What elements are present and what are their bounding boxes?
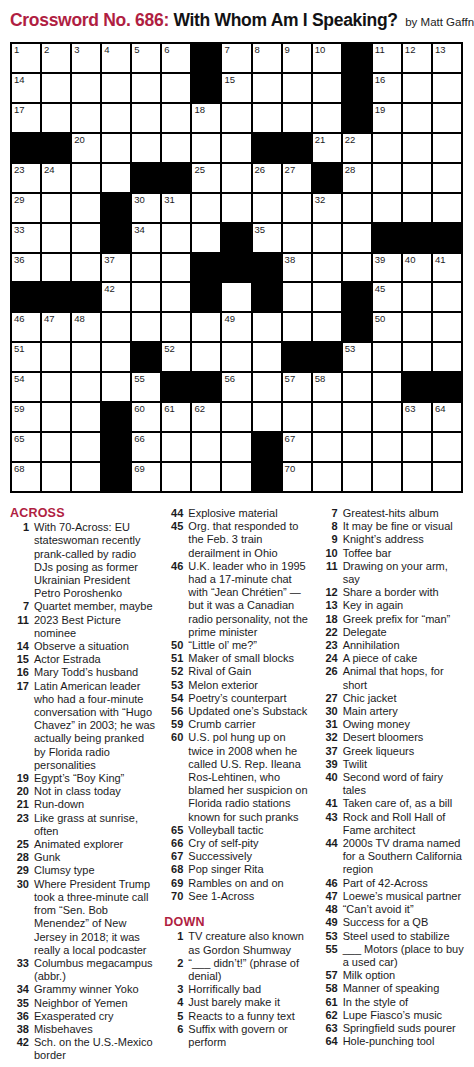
block-r4c9 [253, 134, 281, 162]
cell-r5c3[interactable] [72, 164, 100, 192]
cell-number: 9 [285, 45, 290, 55]
cell-r3c8[interactable] [222, 104, 250, 132]
cell-r14c3[interactable] [72, 433, 100, 461]
puzzle-header: Crossword No. 686: With Whom Am I Speaki… [10, 8, 464, 34]
cell-r10c5[interactable] [132, 313, 160, 341]
clue-down-23: 23Annihilation [319, 639, 464, 652]
clue-across-69: 69Rambles on and on [164, 877, 309, 890]
cell-r14c10[interactable]: 67 [283, 433, 311, 461]
cell-r11c13[interactable] [373, 343, 401, 371]
cell-r7c6[interactable] [162, 224, 190, 252]
cell-r2c4[interactable] [102, 74, 130, 102]
cell-r3c15[interactable] [433, 104, 461, 132]
cell-r5c7[interactable]: 25 [192, 164, 220, 192]
cell-r11c2[interactable] [42, 343, 70, 371]
block-r8c9 [253, 254, 281, 282]
cell-number: 56 [224, 374, 235, 384]
cell-r15c2[interactable] [42, 463, 70, 491]
clue-text: Rock and Roll Hall of Fame architect [343, 811, 464, 837]
cell-r10c6[interactable] [162, 313, 190, 341]
clue-down-44: 442000s TV drama named for a Southern Ca… [319, 837, 464, 877]
cell-r11c6[interactable]: 52 [162, 343, 190, 371]
clue-across-60: 60U.S. pol hung up on twice in 2008 when… [164, 731, 309, 823]
clue-number: 22 [319, 626, 343, 639]
cell-r2c15[interactable] [433, 74, 461, 102]
cell-r8c11[interactable] [313, 254, 341, 282]
cell-r14c6[interactable] [162, 433, 190, 461]
cell-r2c11[interactable] [313, 74, 341, 102]
cell-r14c13[interactable] [373, 433, 401, 461]
clue-number: 20 [10, 785, 34, 798]
cell-r3c11[interactable] [313, 104, 341, 132]
cell-r8c14[interactable]: 40 [403, 254, 431, 282]
cell-r11c4[interactable] [102, 343, 130, 371]
cell-r13c6[interactable]: 61 [162, 403, 190, 431]
cell-r5c4[interactable] [102, 164, 130, 192]
cell-r12c5[interactable]: 55 [132, 373, 160, 401]
clue-number: 13 [319, 599, 343, 612]
cell-r6c8[interactable] [222, 194, 250, 222]
cell-r10c7[interactable] [192, 313, 220, 341]
cell-r8c6[interactable] [162, 254, 190, 282]
clue-text: Neighbor of Yemen [34, 997, 155, 1010]
cell-r13c11[interactable] [313, 403, 341, 431]
clue-text: Rival of Gain [188, 665, 309, 678]
clue-text: Org. that responded to the Feb. 3 train … [188, 520, 309, 560]
cell-r14c8[interactable] [222, 433, 250, 461]
block-r2c12 [343, 74, 371, 102]
clue-across-70: 70See 1-Across [164, 890, 309, 903]
cell-r8c4[interactable]: 37 [102, 254, 130, 282]
block-r2c7 [192, 74, 220, 102]
cell-r11c7[interactable] [192, 343, 220, 371]
cell-r6c1[interactable]: 29 [12, 194, 40, 222]
cell-r5c13[interactable] [373, 164, 401, 192]
cell-r1c4[interactable]: 4 [102, 44, 130, 72]
block-r10c12 [343, 313, 371, 341]
cell-r4c12[interactable]: 22 [343, 134, 371, 162]
cell-r6c13[interactable] [373, 194, 401, 222]
clue-across-35: 35Neighbor of Yemen [10, 997, 155, 1010]
cell-r3c9[interactable] [253, 104, 281, 132]
cell-r8c10[interactable]: 38 [283, 254, 311, 282]
clue-number: 66 [164, 837, 188, 850]
clue-text: Maker of small blocks [188, 652, 309, 665]
cell-r9c10[interactable] [283, 283, 311, 311]
cell-r11c9[interactable] [253, 343, 281, 371]
clue-text: Greek liqueurs [343, 745, 464, 758]
cell-r12c10[interactable]: 57 [283, 373, 311, 401]
cell-r9c15[interactable] [433, 283, 461, 311]
block-r9c9 [253, 283, 281, 311]
cell-r2c14[interactable] [403, 74, 431, 102]
cell-r1c2[interactable]: 2 [42, 44, 70, 72]
cell-r10c4[interactable] [102, 313, 130, 341]
cell-r6c3[interactable] [72, 194, 100, 222]
cell-r3c5[interactable] [132, 104, 160, 132]
cell-number: 62 [194, 404, 205, 414]
cell-r12c13[interactable] [373, 373, 401, 401]
cell-number: 26 [255, 165, 266, 175]
cell-r6c11[interactable]: 32 [313, 194, 341, 222]
cell-r4c4[interactable] [102, 134, 130, 162]
clue-text: Knight’s address [343, 533, 464, 546]
clue-down-47: 47Loewe’s musical partner [319, 890, 464, 903]
clue-down-53: 53Steel used to stabilize [319, 930, 464, 943]
cell-r5c2[interactable]: 24 [42, 164, 70, 192]
cell-number: 10 [315, 45, 326, 55]
clue-down-27: 27Chic jacket [319, 692, 464, 705]
cell-r9c14[interactable] [403, 283, 431, 311]
clue-text: Rambles on and on [188, 877, 309, 890]
cell-r13c12[interactable] [343, 403, 371, 431]
cell-r6c14[interactable] [403, 194, 431, 222]
cell-r8c13[interactable]: 39 [373, 254, 401, 282]
cell-r6c15[interactable] [433, 194, 461, 222]
cell-r12c11[interactable]: 58 [313, 373, 341, 401]
clue-down-8: 8It may be fine or visual [319, 520, 464, 533]
cell-r7c7[interactable] [192, 224, 220, 252]
cell-r4c14[interactable] [403, 134, 431, 162]
clue-number: 27 [319, 692, 343, 705]
cell-r9c5[interactable] [132, 283, 160, 311]
cell-r8c1[interactable]: 36 [12, 254, 40, 282]
cell-r10c9[interactable] [253, 313, 281, 341]
clue-number: 1 [10, 521, 34, 534]
cell-r14c5[interactable]: 66 [132, 433, 160, 461]
cell-r7c3[interactable] [72, 224, 100, 252]
cell-number: 13 [435, 45, 446, 55]
cell-r4c7[interactable] [192, 134, 220, 162]
cell-r10c8[interactable]: 49 [222, 313, 250, 341]
clue-number: 33 [10, 957, 34, 970]
clue-down-39: 39Twilit [319, 758, 464, 771]
cell-r5c15[interactable] [433, 164, 461, 192]
cell-r11c3[interactable] [72, 343, 100, 371]
clue-down-40: 40Second word of fairy tales [319, 771, 464, 797]
clue-text: Drawing on your arm, say [343, 560, 464, 586]
down-continued-section: 7Greatest-hits album8It may be fine or v… [319, 507, 464, 1048]
cell-r14c14[interactable] [403, 433, 431, 461]
cell-r3c3[interactable] [72, 104, 100, 132]
clue-across-59: 59Crumb carrier [164, 718, 309, 731]
cell-number: 12 [405, 45, 416, 55]
cell-number: 61 [164, 404, 175, 414]
cell-r10c10[interactable] [283, 313, 311, 341]
cell-r4c8[interactable] [222, 134, 250, 162]
cell-r5c14[interactable] [403, 164, 431, 192]
cell-r6c5[interactable]: 30 [132, 194, 160, 222]
cell-r7c5[interactable]: 34 [132, 224, 160, 252]
clue-across-28: 28Gunk [10, 851, 155, 864]
clue-number: 56 [164, 705, 188, 718]
clue-text: Successively [188, 850, 309, 863]
cell-r2c9[interactable] [253, 74, 281, 102]
cell-r10c3[interactable]: 48 [72, 313, 100, 341]
cell-r6c6[interactable]: 31 [162, 194, 190, 222]
cell-r13c15[interactable]: 64 [433, 403, 461, 431]
clue-text: Clumsy type [34, 864, 155, 877]
cell-number: 21 [315, 135, 326, 145]
cell-r4c15[interactable] [433, 134, 461, 162]
clue-number: 31 [319, 718, 343, 731]
cell-r3c2[interactable] [42, 104, 70, 132]
cell-r15c5[interactable]: 69 [132, 463, 160, 491]
cell-r5c9[interactable]: 26 [253, 164, 281, 192]
cell-r10c15[interactable] [433, 313, 461, 341]
cell-r1c15[interactable]: 13 [433, 44, 461, 72]
block-r8c8 [222, 254, 250, 282]
cell-number: 41 [435, 255, 446, 265]
cell-r6c9[interactable] [253, 194, 281, 222]
clue-text: Run-down [34, 798, 155, 811]
cell-r15c7[interactable] [192, 463, 220, 491]
cell-r12c3[interactable] [72, 373, 100, 401]
clue-number: 3 [164, 983, 188, 996]
clue-number: 18 [319, 613, 343, 626]
cell-r12c12[interactable] [343, 373, 371, 401]
cell-r3c1[interactable]: 17 [12, 104, 40, 132]
cell-r8c5[interactable] [132, 254, 160, 282]
cell-r10c11[interactable] [313, 313, 341, 341]
clue-down-41: 41Taken care of, as a bill [319, 797, 464, 810]
cell-r15c15[interactable] [433, 463, 461, 491]
clue-number: 24 [319, 652, 343, 665]
clues-section: ACROSS1With 70-Across: EU stateswoman re… [10, 493, 464, 1063]
clue-number: 52 [164, 665, 188, 678]
clue-text: Chic jacket [343, 692, 464, 705]
cell-r9c6[interactable] [162, 283, 190, 311]
block-r9c3 [72, 283, 100, 311]
cell-r13c10[interactable] [283, 403, 311, 431]
cell-r13c14[interactable]: 63 [403, 403, 431, 431]
cell-r15c11[interactable] [313, 463, 341, 491]
cell-r12c8[interactable]: 56 [222, 373, 250, 401]
block-r7c8 [222, 224, 250, 252]
cell-r13c1[interactable]: 59 [12, 403, 40, 431]
cell-r4c5[interactable] [132, 134, 160, 162]
cell-number: 60 [134, 404, 145, 414]
cell-r12c9[interactable] [253, 373, 281, 401]
clue-text: Springfield suds pourer [343, 1022, 464, 1035]
cell-r14c1[interactable]: 65 [12, 433, 40, 461]
cell-r11c1[interactable]: 51 [12, 343, 40, 371]
block-r12c14 [403, 373, 431, 401]
cell-r12c1[interactable]: 54 [12, 373, 40, 401]
cell-r6c12[interactable] [343, 194, 371, 222]
block-r13c4 [102, 403, 130, 431]
cell-r8c15[interactable]: 41 [433, 254, 461, 282]
cell-r8c12[interactable] [343, 254, 371, 282]
cell-number: 31 [164, 195, 175, 205]
cell-r3c7[interactable]: 18 [192, 104, 220, 132]
block-r8c7 [192, 254, 220, 282]
cell-r2c13[interactable]: 16 [373, 74, 401, 102]
cell-r6c10[interactable] [283, 194, 311, 222]
cell-r13c9[interactable] [253, 403, 281, 431]
cell-r11c12[interactable]: 53 [343, 343, 371, 371]
cell-r14c7[interactable] [192, 433, 220, 461]
cell-r11c14[interactable] [403, 343, 431, 371]
clue-number: 7 [10, 600, 34, 613]
cell-r13c5[interactable]: 60 [132, 403, 160, 431]
clue-across-53: 53Melon exterior [164, 679, 309, 692]
clue-number: 23 [10, 812, 34, 825]
clue-text: 2000s TV drama named for a Southern Cali… [343, 837, 464, 877]
cell-r9c4[interactable]: 42 [102, 283, 130, 311]
cell-r3c14[interactable] [403, 104, 431, 132]
cell-r3c6[interactable] [162, 104, 190, 132]
cell-r11c8[interactable] [222, 343, 250, 371]
cell-r8c3[interactable] [72, 254, 100, 282]
cell-r14c2[interactable] [42, 433, 70, 461]
cell-r7c12[interactable] [343, 224, 371, 252]
cell-r5c8[interactable] [222, 164, 250, 192]
cell-r1c13[interactable]: 11 [373, 44, 401, 72]
cell-r1c14[interactable]: 12 [403, 44, 431, 72]
clue-text: Hole-punching tool [343, 1035, 464, 1048]
clue-text: Latin American leader who had a four-min… [34, 680, 155, 772]
clue-down-5: 5Reacts to a funny text [164, 1010, 309, 1023]
cell-r3c4[interactable] [102, 104, 130, 132]
cell-r2c8[interactable]: 15 [222, 74, 250, 102]
cell-r7c11[interactable] [313, 224, 341, 252]
across-section: ACROSS1With 70-Across: EU stateswoman re… [10, 507, 155, 1063]
cell-r1c11[interactable]: 10 [313, 44, 341, 72]
cell-number: 22 [345, 135, 356, 145]
cell-r13c7[interactable]: 62 [192, 403, 220, 431]
cell-r1c6[interactable]: 6 [162, 44, 190, 72]
cell-number: 17 [14, 105, 25, 115]
cell-r1c1[interactable]: 1 [12, 44, 40, 72]
block-r4c1 [12, 134, 40, 162]
cell-r1c5[interactable]: 5 [132, 44, 160, 72]
cell-r9c8[interactable] [222, 283, 250, 311]
clue-number: 37 [319, 745, 343, 758]
cell-r13c2[interactable] [42, 403, 70, 431]
cell-r14c12[interactable] [343, 433, 371, 461]
block-r9c7 [192, 283, 220, 311]
clue-number: 38 [10, 1023, 34, 1036]
block-r14c9 [253, 433, 281, 461]
cell-r7c10[interactable] [283, 224, 311, 252]
cell-r12c4[interactable] [102, 373, 130, 401]
cell-number: 18 [194, 105, 205, 115]
cell-number: 11 [375, 45, 385, 55]
clue-down-43: 43Rock and Roll Hall of Fame architect [319, 811, 464, 837]
cell-number: 25 [194, 165, 205, 175]
block-r7c13 [373, 224, 401, 252]
clue-text: Sch. on the U.S.-Mexico border [34, 1036, 155, 1062]
cell-r14c15[interactable] [433, 433, 461, 461]
cell-r10c1[interactable]: 46 [12, 313, 40, 341]
clue-across-56: 56Updated one’s Substack [164, 705, 309, 718]
clue-number: 2 [164, 957, 188, 970]
clue-across-1: 1With 70-Across: EU stateswoman recently… [10, 521, 155, 600]
cell-r1c10[interactable]: 9 [283, 44, 311, 72]
cell-r12c2[interactable] [42, 373, 70, 401]
clue-across-21: 21Run-down [10, 798, 155, 811]
cell-r2c5[interactable] [132, 74, 160, 102]
clue-text: Volleyball tactic [188, 824, 309, 837]
cell-r15c1[interactable]: 68 [12, 463, 40, 491]
cell-r2c1[interactable]: 14 [12, 74, 40, 102]
cell-number: 63 [405, 404, 416, 414]
cell-r7c1[interactable]: 33 [12, 224, 40, 252]
cell-r10c2[interactable]: 47 [42, 313, 70, 341]
clue-text: U.S. pol hung up on twice in 2008 when h… [188, 731, 309, 823]
cell-r15c6[interactable] [162, 463, 190, 491]
cell-r2c3[interactable] [72, 74, 100, 102]
clue-number: 23 [319, 639, 343, 652]
cell-r6c2[interactable] [42, 194, 70, 222]
clue-text: Share a border with [343, 586, 464, 599]
cell-number: 58 [315, 374, 326, 384]
cell-r7c2[interactable] [42, 224, 70, 252]
cell-r14c11[interactable] [313, 433, 341, 461]
cell-r15c3[interactable] [72, 463, 100, 491]
cell-r11c15[interactable] [433, 343, 461, 371]
clue-down-57: 57Milk option [319, 969, 464, 982]
clue-across-11: 112023 Best Picture nominee [10, 614, 155, 640]
cell-r15c10[interactable]: 70 [283, 463, 311, 491]
cell-number: 50 [375, 314, 386, 324]
clue-number: 17 [10, 680, 34, 693]
cell-r2c10[interactable] [283, 74, 311, 102]
cell-r9c11[interactable] [313, 283, 341, 311]
cell-r15c8[interactable] [222, 463, 250, 491]
cell-r7c9[interactable]: 35 [253, 224, 281, 252]
cell-r5c12[interactable]: 28 [343, 164, 371, 192]
cell-r13c13[interactable] [373, 403, 401, 431]
cell-r15c12[interactable] [343, 463, 371, 491]
clue-across-30: 30Where President Trump took a three-min… [10, 878, 155, 957]
clue-number: 62 [319, 1009, 343, 1022]
clue-text: Twilit [343, 758, 464, 771]
cell-r13c8[interactable] [222, 403, 250, 431]
cell-r10c13[interactable]: 50 [373, 313, 401, 341]
cell-r15c14[interactable] [403, 463, 431, 491]
cell-r15c13[interactable] [373, 463, 401, 491]
cell-r4c11[interactable]: 21 [313, 134, 341, 162]
cell-r2c2[interactable] [42, 74, 70, 102]
cell-r2c6[interactable] [162, 74, 190, 102]
cell-r1c9[interactable]: 8 [253, 44, 281, 72]
clue-text: Cry of self-pity [188, 837, 309, 850]
clue-across-15: 15Actor Estrada [10, 653, 155, 666]
clue-text: See 1-Across [188, 890, 309, 903]
puzzle-title: With Whom Am I Speaking? [173, 10, 397, 30]
cell-r10c14[interactable] [403, 313, 431, 341]
cell-r13c3[interactable] [72, 403, 100, 431]
clue-down-37: 37Greek liqueurs [319, 745, 464, 758]
cell-r9c13[interactable]: 45 [373, 283, 401, 311]
cell-r3c10[interactable] [283, 104, 311, 132]
clue-number: 39 [319, 758, 343, 771]
cell-r1c3[interactable]: 3 [72, 44, 100, 72]
clue-number: 51 [164, 652, 188, 665]
cell-r5c10[interactable]: 27 [283, 164, 311, 192]
cell-r3c13[interactable]: 19 [373, 104, 401, 132]
cell-r1c8[interactable]: 7 [222, 44, 250, 72]
clue-number: 49 [319, 916, 343, 929]
cell-r4c6[interactable] [162, 134, 190, 162]
cell-r8c2[interactable] [42, 254, 70, 282]
cell-r4c13[interactable] [373, 134, 401, 162]
cell-r6c7[interactable] [192, 194, 220, 222]
cell-r5c1[interactable]: 23 [12, 164, 40, 192]
cell-r4c3[interactable]: 20 [72, 134, 100, 162]
